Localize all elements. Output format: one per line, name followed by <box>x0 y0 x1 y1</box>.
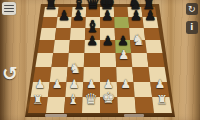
rim-watermark <box>124 114 144 116</box>
white-knight-c3[interactable]: ♞ <box>69 62 81 76</box>
menu-button[interactable] <box>2 2 16 15</box>
white-queen-d1[interactable]: ♛ <box>84 92 97 107</box>
undo-icon: ↺ <box>2 62 18 84</box>
white-pawn-a2[interactable]: ♟ <box>35 79 45 91</box>
rim-watermark <box>45 114 67 117</box>
white-rook-h1[interactable]: ♜ <box>156 94 167 107</box>
black-pawn-d5[interactable]: ♟ <box>87 35 98 48</box>
black-pawn-b7[interactable]: ♟ <box>58 9 70 23</box>
black-pawn-e5[interactable]: ♟ <box>102 35 113 48</box>
black-rook-a8[interactable]: ♜ <box>44 0 58 12</box>
wood-background: ♜♝♛♚♞♜♟♟♟♟♟♝♟♟♟♞♟♞♟♟♟♟♟♟♟♜♝♛♚♜ ↺ ↻ i <box>0 0 200 120</box>
black-pawn-f5[interactable]: ♟ <box>117 35 128 48</box>
rim-corner-dot <box>158 7 161 10</box>
black-pawn-e7[interactable]: ♟ <box>101 9 113 23</box>
white-pawn-c2[interactable]: ♟ <box>69 79 79 91</box>
white-pawn-f2[interactable]: ♟ <box>120 79 130 91</box>
white-bishop-c1[interactable]: ♝ <box>67 93 79 107</box>
white-pawn-f4[interactable]: ♟ <box>118 49 129 61</box>
white-pawn-b2[interactable]: ♟ <box>52 79 62 91</box>
rim-corner-dot <box>170 108 173 111</box>
white-king-e1[interactable]: ♚ <box>102 91 116 106</box>
white-rook-a1[interactable]: ♜ <box>32 94 43 107</box>
chess-board: ♜♝♛♚♞♜♟♟♟♟♟♝♟♟♟♞♟♞♟♟♟♟♟♟♟♜♝♛♚♜ <box>0 0 200 120</box>
info-button[interactable]: i <box>186 21 199 34</box>
white-pawn-h2[interactable]: ♟ <box>155 79 165 91</box>
info-icon: i <box>190 22 193 32</box>
rim-corner-dot <box>27 108 30 111</box>
black-pawn-c7[interactable]: ♟ <box>72 9 84 23</box>
white-knight-g5[interactable]: ♞ <box>132 33 145 48</box>
redo-icon: ↻ <box>188 4 196 14</box>
black-pawn-g7[interactable]: ♟ <box>130 9 142 23</box>
undo-button[interactable]: ↺ <box>0 61 20 85</box>
rim-corner-dot <box>38 7 41 10</box>
black-pawn-h7[interactable]: ♟ <box>144 9 156 23</box>
redo-button[interactable]: ↻ <box>186 3 199 16</box>
